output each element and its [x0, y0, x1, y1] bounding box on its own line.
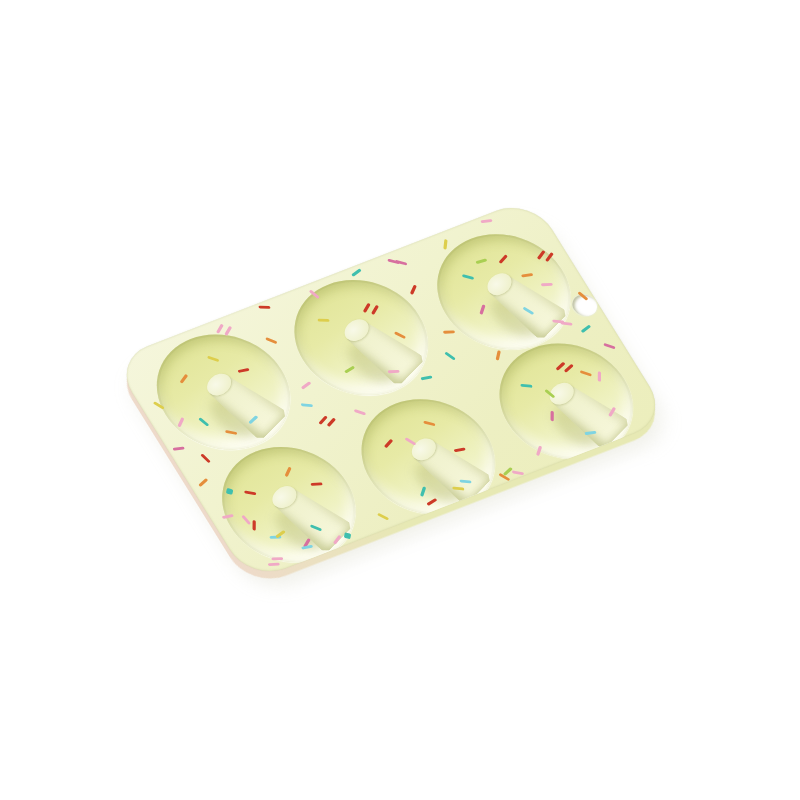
sprinkle [354, 409, 366, 415]
sprinkle [301, 381, 312, 389]
center-post [335, 310, 429, 388]
sprinkle [480, 219, 492, 223]
sprinkle [216, 324, 224, 334]
sprinkle [551, 411, 554, 421]
sprinkle [603, 343, 615, 349]
sprinkle [173, 447, 185, 451]
sprinkle [581, 325, 592, 333]
sprinkle [271, 557, 283, 560]
donut-cavity-bottom-middle [337, 381, 519, 532]
sprinkle [443, 239, 447, 250]
sprinkle [310, 482, 322, 485]
sprinkle [388, 370, 400, 373]
donut-cavity-bottom-left [198, 429, 380, 580]
sprinkle [443, 330, 455, 333]
sprinkle [420, 375, 432, 380]
sprinkle [444, 352, 455, 361]
sprinkle [253, 520, 256, 530]
sprinkle [327, 418, 336, 427]
sprinkle [541, 283, 553, 286]
sprinkle [301, 403, 313, 407]
sprinkle [598, 371, 601, 381]
sprinkle [200, 453, 211, 463]
sprinkle [258, 306, 270, 309]
center-post [197, 365, 291, 443]
sprinkle [512, 470, 524, 475]
sprinkle [265, 337, 277, 344]
sprinkle [198, 478, 208, 487]
donut-mold-pan [112, 197, 670, 582]
sprinkle [318, 319, 330, 322]
sprinkle [268, 563, 280, 566]
product-photo [0, 0, 800, 800]
donut-cavity-top-middle [270, 262, 452, 413]
sprinkle [395, 260, 407, 266]
sprinkle [351, 268, 362, 276]
sprinkle [410, 285, 417, 295]
center-post [262, 477, 356, 555]
sprinkle [377, 513, 389, 521]
sprinkle [496, 350, 501, 361]
